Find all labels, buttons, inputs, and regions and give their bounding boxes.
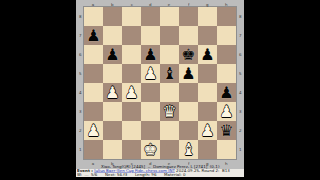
square-h1[interactable] — [217, 140, 236, 159]
square-a4[interactable] — [84, 83, 103, 102]
square-h5[interactable] — [217, 64, 236, 83]
square-b2[interactable] — [103, 121, 122, 140]
square-f1[interactable]: ♝ — [179, 140, 198, 159]
black-pawn[interactable]: ♟ — [181, 66, 195, 82]
rank-label: 5 — [76, 64, 84, 83]
square-h7[interactable] — [217, 26, 236, 45]
letterbox-left — [0, 0, 76, 180]
square-d3[interactable] — [141, 102, 160, 121]
square-g4[interactable] — [198, 83, 217, 102]
square-c7[interactable] — [122, 26, 141, 45]
black-pawn[interactable]: ♟ — [105, 47, 119, 63]
square-d5[interactable]: ♟ — [141, 64, 160, 83]
square-f6[interactable]: ♚ — [179, 45, 198, 64]
square-f2[interactable] — [179, 121, 198, 140]
square-a1[interactable] — [84, 140, 103, 159]
square-g1[interactable] — [198, 140, 217, 159]
square-b1[interactable] — [103, 140, 122, 159]
square-e6[interactable] — [160, 45, 179, 64]
rank-label: 4 — [76, 83, 84, 102]
square-b6[interactable]: ♟ — [103, 45, 122, 64]
square-c8[interactable] — [122, 7, 141, 26]
white-pawn[interactable]: ♟ — [219, 104, 233, 120]
rank-label: 5 — [236, 64, 244, 83]
square-a7[interactable]: ♟ — [84, 26, 103, 45]
white-pawn[interactable]: ♟ — [124, 85, 138, 101]
square-f3[interactable] — [179, 102, 198, 121]
rank-label: 3 — [76, 102, 84, 121]
square-b8[interactable] — [103, 7, 122, 26]
chess-viewer-panel: abcdefgh 87654321 ♟♟♟♚♟♟♝♟♟♟♟♛♟♟♟♛♚♝ 876… — [76, 0, 244, 177]
square-a8[interactable] — [84, 7, 103, 26]
square-g8[interactable] — [198, 7, 217, 26]
rank-label: 1 — [76, 140, 84, 159]
letterbox-right — [244, 0, 320, 180]
rank-label: 4 — [236, 83, 244, 102]
video-frame: abcdefgh 87654321 ♟♟♟♚♟♟♝♟♟♟♟♛♟♟♟♛♚♝ 876… — [0, 0, 320, 180]
square-h8[interactable] — [217, 7, 236, 26]
square-c1[interactable] — [122, 140, 141, 159]
square-g7[interactable] — [198, 26, 217, 45]
black-pawn[interactable]: ♟ — [219, 85, 233, 101]
stats-items: W: ... 5/6 Next: 56.f3 Length: 96 Materi… — [77, 173, 185, 177]
black-pawn[interactable]: ♟ — [200, 47, 214, 63]
square-f8[interactable] — [179, 7, 198, 26]
square-a3[interactable] — [84, 102, 103, 121]
rank-label: 2 — [236, 121, 244, 140]
square-e3[interactable]: ♛ — [160, 102, 179, 121]
square-g6[interactable]: ♟ — [198, 45, 217, 64]
square-f4[interactable] — [179, 83, 198, 102]
square-b3[interactable] — [103, 102, 122, 121]
square-d1[interactable]: ♚ — [141, 140, 160, 159]
square-e2[interactable] — [160, 121, 179, 140]
square-h3[interactable]: ♟ — [217, 102, 236, 121]
black-king[interactable]: ♚ — [181, 47, 195, 63]
square-d7[interactable] — [141, 26, 160, 45]
white-queen[interactable]: ♛ — [162, 104, 176, 120]
rank-label: 6 — [76, 45, 84, 64]
game-stats-line: W: ... 5/6 Next: 56.f3 Length: 96 Materi… — [76, 173, 244, 177]
chess-board[interactable]: ♟♟♟♚♟♟♝♟♟♟♟♛♟♟♟♛♚♝ — [84, 7, 236, 159]
white-pawn[interactable]: ♟ — [105, 85, 119, 101]
file-label: h — [217, 159, 236, 169]
rank-label: 7 — [236, 26, 244, 45]
square-h4[interactable]: ♟ — [217, 83, 236, 102]
white-pawn[interactable]: ♟ — [200, 123, 214, 139]
square-g5[interactable] — [198, 64, 217, 83]
square-b4[interactable]: ♟ — [103, 83, 122, 102]
black-pawn[interactable]: ♟ — [143, 47, 157, 63]
square-g3[interactable] — [198, 102, 217, 121]
square-b5[interactable] — [103, 64, 122, 83]
square-a6[interactable] — [84, 45, 103, 64]
white-king[interactable]: ♚ — [143, 142, 157, 158]
square-f5[interactable]: ♟ — [179, 64, 198, 83]
rank-label: 6 — [236, 45, 244, 64]
square-d4[interactable] — [141, 83, 160, 102]
square-a5[interactable] — [84, 64, 103, 83]
rank-labels-right: 87654321 — [236, 7, 244, 159]
board-row: 87654321 ♟♟♟♚♟♟♝♟♟♟♟♛♟♟♟♛♚♝ 87654321 — [76, 7, 244, 159]
black-bishop[interactable]: ♝ — [162, 66, 176, 82]
square-f7[interactable] — [179, 26, 198, 45]
file-labels-top: abcdefgh — [76, 0, 244, 7]
square-c5[interactable] — [122, 64, 141, 83]
square-d6[interactable]: ♟ — [141, 45, 160, 64]
rank-label: 8 — [76, 7, 84, 26]
square-d2[interactable] — [141, 121, 160, 140]
square-a2[interactable]: ♟ — [84, 121, 103, 140]
square-c3[interactable] — [122, 102, 141, 121]
white-bishop[interactable]: ♝ — [181, 142, 195, 158]
game-info-footer: Xiao, Tong(QR) [2445] -- Dominguez Perez… — [76, 165, 244, 177]
square-e4[interactable] — [160, 83, 179, 102]
black-queen[interactable]: ♛ — [219, 123, 233, 139]
rank-label: 8 — [236, 7, 244, 26]
square-c4[interactable]: ♟ — [122, 83, 141, 102]
square-d8[interactable] — [141, 7, 160, 26]
square-e5[interactable]: ♝ — [160, 64, 179, 83]
rank-label: 1 — [236, 140, 244, 159]
square-e7[interactable] — [160, 26, 179, 45]
square-g2[interactable]: ♟ — [198, 121, 217, 140]
black-pawn[interactable]: ♟ — [86, 28, 100, 44]
square-h6[interactable] — [217, 45, 236, 64]
square-h2[interactable]: ♛ — [217, 121, 236, 140]
square-c2[interactable] — [122, 121, 141, 140]
square-c6[interactable] — [122, 45, 141, 64]
rank-label: 2 — [76, 121, 84, 140]
white-pawn[interactable]: ♟ — [143, 66, 157, 82]
square-e8[interactable] — [160, 7, 179, 26]
white-pawn[interactable]: ♟ — [86, 123, 100, 139]
square-b7[interactable] — [103, 26, 122, 45]
rank-labels-left: 87654321 — [76, 7, 84, 159]
rank-label: 7 — [76, 26, 84, 45]
rank-label: 3 — [236, 102, 244, 121]
square-e1[interactable] — [160, 140, 179, 159]
